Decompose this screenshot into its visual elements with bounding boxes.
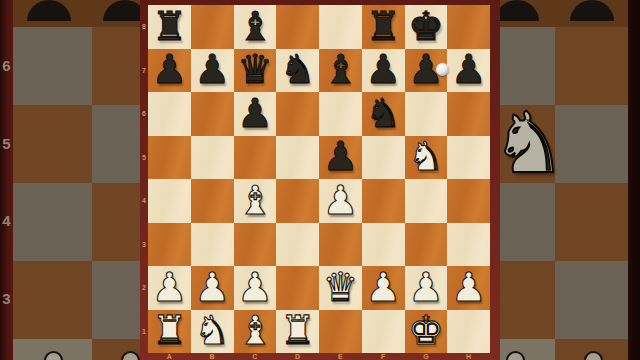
piece-black-rook[interactable]: ♜ [151,6,187,46]
rank-label-1: 1 [140,310,148,354]
square-d6[interactable] [276,92,319,136]
square-b6[interactable] [191,92,234,136]
square-a4[interactable] [148,179,191,223]
rank-labels: 87654321 [140,5,148,353]
square-e5[interactable]: ♟ [319,136,362,180]
square-e1[interactable] [319,310,362,354]
piece-white-pawn[interactable]: ♟ [365,267,401,307]
square-a3[interactable] [148,223,191,267]
piece-white-knight[interactable]: ♞ [194,310,230,350]
square-g3[interactable] [405,223,448,267]
square-d5[interactable] [276,136,319,180]
background-board-right: ♞ [488,0,640,360]
square-b2[interactable]: ♟ [191,266,234,310]
square-b8[interactable] [191,5,234,49]
video-frame: 6 5 4 3 ♞ ♜♝♜♚♟♟♛♞♝♟♟♟♟♞♟♞♝♟♟♟♟♛♟♟♟♜♞♝♜♚… [0,0,640,360]
file-label-f: F [362,353,405,360]
square-a2[interactable]: ♟ [148,266,191,310]
piece-black-knight[interactable]: ♞ [365,93,401,133]
square-c1[interactable]: ♝ [234,310,277,354]
piece-black-queen[interactable]: ♛ [237,49,273,89]
square-c2[interactable]: ♟ [234,266,277,310]
square-f1[interactable] [362,310,405,354]
piece-black-pawn[interactable]: ♟ [322,136,358,176]
piece-black-king[interactable]: ♚ [408,6,444,46]
square-f6[interactable]: ♞ [362,92,405,136]
square-f8[interactable]: ♜ [362,5,405,49]
bg-rank-label: 6 [0,56,13,76]
square-e3[interactable] [319,223,362,267]
piece-white-bishop[interactable]: ♝ [237,310,273,350]
piece-white-pawn[interactable]: ♟ [451,267,487,307]
file-label-a: A [148,353,191,360]
square-e7[interactable]: ♝ [319,49,362,93]
piece-black-pawn[interactable]: ♟ [237,93,273,133]
square-d3[interactable] [276,223,319,267]
square-a1[interactable]: ♜ [148,310,191,354]
piece-black-knight[interactable]: ♞ [280,49,316,89]
square-h1[interactable] [447,310,490,354]
square-c3[interactable] [234,223,277,267]
square-a6[interactable] [148,92,191,136]
square-c4[interactable]: ♝ [234,179,277,223]
square-f3[interactable] [362,223,405,267]
chess-board: ♜♝♜♚♟♟♛♞♝♟♟♟♟♞♟♞♝♟♟♟♟♛♟♟♟♜♞♝♜♚ 87654321 … [140,0,500,360]
square-c8[interactable]: ♝ [234,5,277,49]
square-h3[interactable] [447,223,490,267]
rank-label-2: 2 [140,266,148,310]
square-d7[interactable]: ♞ [276,49,319,93]
file-labels: ABCDEFGH [148,353,490,360]
square-d1[interactable]: ♜ [276,310,319,354]
rank-label-7: 7 [140,49,148,93]
piece-white-king[interactable]: ♚ [408,310,444,350]
bg-square [12,183,92,261]
piece-white-bishop[interactable]: ♝ [237,180,273,220]
square-h8[interactable] [447,5,490,49]
bg-wood-edge-right [628,0,640,360]
piece-black-pawn[interactable]: ♟ [365,49,401,89]
file-label-d: D [276,353,319,360]
bg-wood-edge-left: 6 5 4 3 [0,0,13,360]
square-e4[interactable]: ♟ [319,179,362,223]
file-label-c: C [234,353,277,360]
background-board-left: 6 5 4 3 [0,0,140,360]
rank-label-4: 4 [140,179,148,223]
square-f5[interactable] [362,136,405,180]
file-label-g: G [405,353,448,360]
bg-square [12,27,92,105]
square-f7[interactable]: ♟ [362,49,405,93]
square-g1[interactable]: ♚ [405,310,448,354]
square-g2[interactable]: ♟ [405,266,448,310]
piece-black-bishop[interactable]: ♝ [322,49,358,89]
piece-white-pawn[interactable]: ♟ [237,267,273,307]
piece-black-rook[interactable]: ♜ [365,6,401,46]
square-e2[interactable]: ♛ [319,266,362,310]
square-h7[interactable]: ♟ [447,49,490,93]
piece-black-bishop[interactable]: ♝ [237,6,273,46]
square-g8[interactable]: ♚ [405,5,448,49]
square-b1[interactable]: ♞ [191,310,234,354]
piece-white-knight[interactable]: ♞ [408,136,444,176]
square-f2[interactable]: ♟ [362,266,405,310]
square-d4[interactable] [276,179,319,223]
rank-label-5: 5 [140,136,148,180]
square-g5[interactable]: ♞ [405,136,448,180]
rank-label-3: 3 [140,223,148,267]
square-c6[interactable]: ♟ [234,92,277,136]
square-d2[interactable] [276,266,319,310]
square-e8[interactable] [319,5,362,49]
piece-white-queen[interactable]: ♛ [322,267,358,307]
bg-square [92,105,140,183]
square-e6[interactable] [319,92,362,136]
bg-square [92,261,140,339]
file-label-h: H [447,353,490,360]
piece-white-rook[interactable]: ♜ [280,310,316,350]
piece-black-pawn[interactable]: ♟ [151,49,187,89]
rank-label-8: 8 [140,5,148,49]
move-marker-ball [436,63,449,76]
piece-white-rook[interactable]: ♜ [151,310,187,350]
square-d8[interactable] [276,5,319,49]
piece-white-pawn[interactable]: ♟ [408,267,444,307]
bg-rank-label: 5 [0,134,13,154]
bg-white-knight-icon: ♞ [488,98,574,188]
square-a5[interactable] [148,136,191,180]
square-h2[interactable]: ♟ [447,266,490,310]
square-f4[interactable] [362,179,405,223]
square-b4[interactable] [191,179,234,223]
square-g4[interactable] [405,179,448,223]
bg-white-pawn-top [121,351,140,360]
square-b3[interactable] [191,223,234,267]
bg-square [555,261,635,339]
piece-white-pawn[interactable]: ♟ [151,267,187,307]
board-squares: ♜♝♜♚♟♟♛♞♝♟♟♟♟♞♟♞♝♟♟♟♟♛♟♟♟♜♞♝♜♚ [148,5,490,353]
square-b5[interactable] [191,136,234,180]
square-h5[interactable] [447,136,490,180]
piece-white-pawn[interactable]: ♟ [194,267,230,307]
piece-black-pawn[interactable]: ♟ [451,49,487,89]
square-a7[interactable]: ♟ [148,49,191,93]
piece-black-pawn[interactable]: ♟ [194,49,230,89]
bg-rank-label: 4 [0,211,13,231]
square-c7[interactable]: ♛ [234,49,277,93]
file-label-e: E [319,353,362,360]
square-h6[interactable] [447,92,490,136]
file-label-b: B [191,353,234,360]
bg-rank-label: 3 [0,289,13,309]
square-a8[interactable]: ♜ [148,5,191,49]
square-h4[interactable] [447,179,490,223]
rank-label-6: 6 [140,92,148,136]
square-g6[interactable] [405,92,448,136]
bg-white-pawn-top [584,351,603,360]
piece-white-pawn[interactable]: ♟ [322,180,358,220]
square-c5[interactable] [234,136,277,180]
square-b7[interactable]: ♟ [191,49,234,93]
